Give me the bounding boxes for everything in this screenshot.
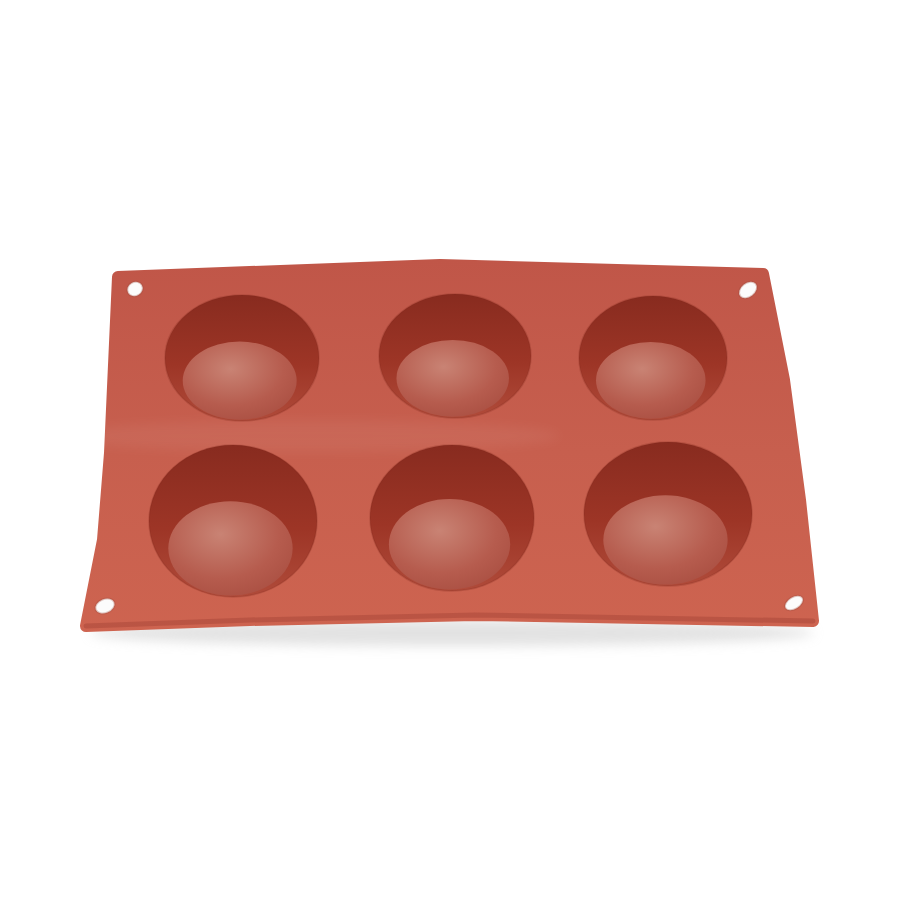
cavity-floor: [396, 340, 508, 417]
cavity-floor: [596, 342, 706, 419]
cavity-r2c3: [584, 442, 752, 586]
cavity-r1c3: [579, 296, 727, 420]
cavity-floor: [389, 499, 510, 590]
cavity-r1c1: [165, 295, 319, 421]
cavity-r1c2: [379, 294, 531, 418]
silicone-muffin-mold-photo: [0, 0, 900, 900]
cavity-floor: [183, 342, 297, 420]
product-photo-canvas: [0, 0, 900, 900]
cavity-r2c2: [370, 445, 534, 591]
cavity-floor: [168, 501, 292, 595]
cavity-floor: [603, 495, 727, 584]
cavity-r2c1: [149, 445, 317, 597]
surface-sheen: [60, 420, 560, 452]
